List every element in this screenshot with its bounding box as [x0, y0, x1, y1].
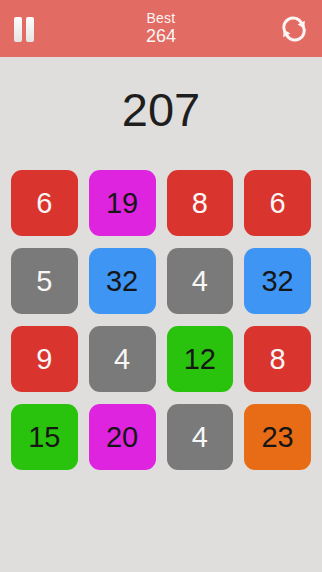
tile-r4c2[interactable]: 20	[89, 404, 156, 470]
tile-r4c3[interactable]: 4	[167, 404, 234, 470]
best-label: Best	[146, 11, 176, 25]
tile-r1c2[interactable]: 19	[89, 170, 156, 236]
tile-r3c1[interactable]: 9	[11, 326, 78, 392]
tile-r2c1[interactable]: 5	[11, 248, 78, 314]
top-bar: Best 264	[0, 0, 322, 57]
tile-r3c3[interactable]: 12	[167, 326, 234, 392]
refresh-icon	[274, 8, 315, 49]
best-score-block: Best 264	[146, 11, 176, 45]
tile-r3c2[interactable]: 4	[89, 326, 156, 392]
best-value: 264	[146, 27, 176, 45]
tile-r1c1[interactable]: 6	[11, 170, 78, 236]
tile-r1c3[interactable]: 8	[167, 170, 234, 236]
tile-r4c4[interactable]: 23	[244, 404, 311, 470]
pause-icon	[26, 17, 34, 42]
pause-icon	[14, 17, 22, 42]
current-score: 207	[0, 86, 322, 133]
pause-button[interactable]	[12, 13, 36, 46]
game-board: 61986532432941281520423	[0, 170, 322, 470]
restart-button[interactable]	[278, 13, 310, 45]
tile-r2c4[interactable]: 32	[244, 248, 311, 314]
tile-r1c4[interactable]: 6	[244, 170, 311, 236]
tile-r2c2[interactable]: 32	[89, 248, 156, 314]
tile-r2c3[interactable]: 4	[167, 248, 234, 314]
tile-r4c1[interactable]: 15	[11, 404, 78, 470]
tile-r3c4[interactable]: 8	[244, 326, 311, 392]
